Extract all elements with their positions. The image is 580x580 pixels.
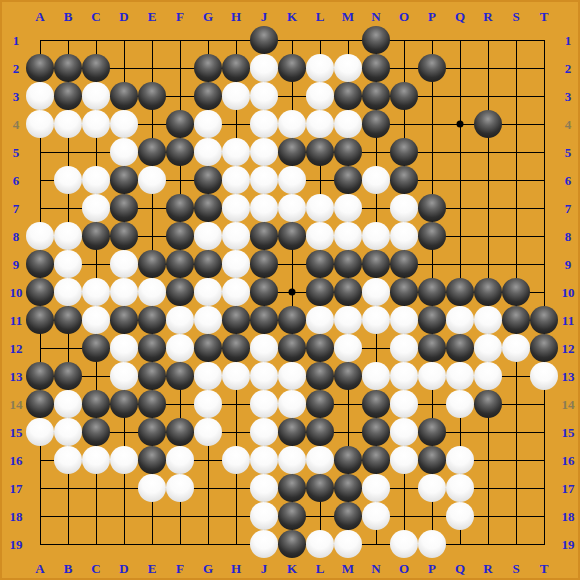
stone-black[interactable]	[138, 334, 166, 362]
stone-white[interactable]	[222, 166, 250, 194]
stone-black[interactable]	[194, 166, 222, 194]
stone-black[interactable]	[390, 166, 418, 194]
stone-black[interactable]	[166, 110, 194, 138]
stone-black[interactable]	[306, 390, 334, 418]
column-label-bottom: M	[342, 562, 354, 575]
stone-black[interactable]	[502, 278, 530, 306]
column-label-top: B	[64, 10, 73, 23]
stone-white[interactable]	[250, 446, 278, 474]
stone-white[interactable]	[54, 418, 82, 446]
stone-white[interactable]	[138, 474, 166, 502]
stone-white[interactable]	[278, 110, 306, 138]
stone-white[interactable]	[390, 222, 418, 250]
row-label-right: 11	[562, 314, 574, 327]
column-label-bottom: T	[540, 562, 549, 575]
stone-black[interactable]	[82, 390, 110, 418]
stone-white[interactable]	[446, 474, 474, 502]
column-label-bottom: Q	[455, 562, 465, 575]
row-label-left: 15	[10, 426, 23, 439]
stone-white[interactable]	[250, 474, 278, 502]
stone-black[interactable]	[26, 390, 54, 418]
stone-white[interactable]	[362, 222, 390, 250]
stone-white[interactable]	[446, 362, 474, 390]
stone-black[interactable]	[110, 222, 138, 250]
stone-white[interactable]	[334, 334, 362, 362]
stone-black[interactable]	[194, 82, 222, 110]
stone-white[interactable]	[390, 334, 418, 362]
stone-white[interactable]	[250, 166, 278, 194]
column-label-top: S	[512, 10, 519, 23]
stone-black[interactable]	[194, 334, 222, 362]
column-label-top: T	[540, 10, 549, 23]
stone-black[interactable]	[362, 110, 390, 138]
column-label-top: E	[148, 10, 157, 23]
stone-black[interactable]	[418, 54, 446, 82]
stone-white[interactable]	[110, 446, 138, 474]
stone-white[interactable]	[250, 390, 278, 418]
stone-black[interactable]	[82, 418, 110, 446]
column-label-top: L	[316, 10, 325, 23]
stone-white[interactable]	[26, 82, 54, 110]
stone-white[interactable]	[278, 362, 306, 390]
stone-black[interactable]	[362, 418, 390, 446]
stone-black[interactable]	[222, 54, 250, 82]
stone-black[interactable]	[278, 334, 306, 362]
stone-white[interactable]	[82, 110, 110, 138]
stone-black[interactable]	[306, 418, 334, 446]
stone-white[interactable]	[82, 306, 110, 334]
stone-black[interactable]	[26, 362, 54, 390]
row-label-right: 9	[565, 258, 572, 271]
stone-white[interactable]	[306, 82, 334, 110]
stone-white[interactable]	[222, 250, 250, 278]
row-label-left: 8	[13, 230, 20, 243]
row-label-right: 12	[562, 342, 575, 355]
stone-white[interactable]	[138, 166, 166, 194]
column-label-bottom: O	[399, 562, 409, 575]
stone-black[interactable]	[166, 222, 194, 250]
row-label-right: 6	[565, 174, 572, 187]
stone-white[interactable]	[110, 362, 138, 390]
stone-white[interactable]	[194, 222, 222, 250]
stone-white[interactable]	[166, 306, 194, 334]
stone-black[interactable]	[110, 166, 138, 194]
column-label-bottom: B	[64, 562, 73, 575]
stone-white[interactable]	[54, 166, 82, 194]
stone-black[interactable]	[334, 278, 362, 306]
stone-white[interactable]	[110, 278, 138, 306]
column-label-top: A	[35, 10, 44, 23]
stone-black[interactable]	[138, 362, 166, 390]
stone-white[interactable]	[446, 390, 474, 418]
stone-black[interactable]	[82, 334, 110, 362]
stone-black[interactable]	[82, 222, 110, 250]
row-label-left: 3	[13, 90, 20, 103]
stone-white[interactable]	[446, 306, 474, 334]
stone-white[interactable]	[390, 446, 418, 474]
stone-black[interactable]	[474, 110, 502, 138]
stone-black[interactable]	[278, 418, 306, 446]
stone-white[interactable]	[54, 110, 82, 138]
stone-black[interactable]	[278, 54, 306, 82]
stone-black[interactable]	[334, 362, 362, 390]
stone-white[interactable]	[306, 54, 334, 82]
stone-white[interactable]	[474, 306, 502, 334]
stone-white[interactable]	[306, 194, 334, 222]
stone-white[interactable]	[194, 306, 222, 334]
stone-black[interactable]	[166, 138, 194, 166]
stone-white[interactable]	[390, 362, 418, 390]
stone-white[interactable]	[250, 334, 278, 362]
column-label-top: O	[399, 10, 409, 23]
stone-black[interactable]	[138, 306, 166, 334]
column-label-top: R	[483, 10, 492, 23]
stone-white[interactable]	[110, 138, 138, 166]
stone-black[interactable]	[334, 502, 362, 530]
stone-white[interactable]	[446, 502, 474, 530]
stone-white[interactable]	[82, 194, 110, 222]
stone-black[interactable]	[418, 194, 446, 222]
stone-white[interactable]	[390, 306, 418, 334]
stone-white[interactable]	[250, 54, 278, 82]
row-label-left: 11	[10, 314, 22, 327]
stone-white[interactable]	[362, 166, 390, 194]
stone-black[interactable]	[362, 390, 390, 418]
stone-black[interactable]	[138, 82, 166, 110]
stone-white[interactable]	[474, 334, 502, 362]
column-label-top: N	[371, 10, 380, 23]
row-label-left: 12	[10, 342, 23, 355]
stone-black[interactable]	[418, 446, 446, 474]
stone-white[interactable]	[278, 446, 306, 474]
stone-black[interactable]	[334, 166, 362, 194]
stone-white[interactable]	[110, 110, 138, 138]
stone-black[interactable]	[362, 250, 390, 278]
row-label-left: 16	[10, 454, 23, 467]
stone-white[interactable]	[194, 390, 222, 418]
stone-white[interactable]	[306, 446, 334, 474]
stone-black[interactable]	[418, 278, 446, 306]
stone-black[interactable]	[194, 54, 222, 82]
row-label-right: 2	[565, 62, 572, 75]
row-label-right: 17	[562, 482, 575, 495]
stone-black[interactable]	[530, 334, 558, 362]
stone-black[interactable]	[250, 26, 278, 54]
stone-white[interactable]	[194, 418, 222, 446]
column-label-bottom: G	[203, 562, 213, 575]
stone-white[interactable]	[250, 138, 278, 166]
stone-white[interactable]	[110, 334, 138, 362]
stone-black[interactable]	[138, 138, 166, 166]
row-label-right: 4	[565, 118, 572, 131]
stone-white[interactable]	[222, 222, 250, 250]
stone-white[interactable]	[502, 334, 530, 362]
stone-white[interactable]	[222, 82, 250, 110]
stone-white[interactable]	[54, 278, 82, 306]
row-label-left: 10	[10, 286, 23, 299]
stone-white[interactable]	[166, 474, 194, 502]
stone-black[interactable]	[334, 474, 362, 502]
stone-black[interactable]	[446, 334, 474, 362]
stone-white[interactable]	[250, 530, 278, 558]
stone-black[interactable]	[418, 306, 446, 334]
stone-black[interactable]	[194, 194, 222, 222]
stone-white[interactable]	[474, 362, 502, 390]
stone-white[interactable]	[222, 194, 250, 222]
stone-black[interactable]	[250, 306, 278, 334]
stone-white[interactable]	[54, 250, 82, 278]
stone-black[interactable]	[418, 334, 446, 362]
stone-black[interactable]	[138, 390, 166, 418]
stone-white[interactable]	[250, 418, 278, 446]
stone-black[interactable]	[110, 82, 138, 110]
stone-white[interactable]	[54, 390, 82, 418]
row-label-right: 7	[565, 202, 572, 215]
stone-white[interactable]	[362, 362, 390, 390]
row-label-right: 18	[562, 510, 575, 523]
row-label-right: 10	[562, 286, 575, 299]
stone-white[interactable]	[194, 362, 222, 390]
star-point	[289, 289, 296, 296]
column-label-bottom: C	[91, 562, 100, 575]
row-label-right: 16	[562, 454, 575, 467]
stone-white[interactable]	[222, 446, 250, 474]
column-label-bottom: P	[428, 562, 436, 575]
stone-black[interactable]	[250, 250, 278, 278]
column-label-bottom: J	[261, 562, 268, 575]
column-label-top: H	[231, 10, 241, 23]
stone-white[interactable]	[54, 446, 82, 474]
column-label-bottom: K	[287, 562, 297, 575]
column-label-bottom: S	[512, 562, 519, 575]
row-label-right: 14	[562, 398, 575, 411]
stone-black[interactable]	[278, 530, 306, 558]
stone-black[interactable]	[390, 138, 418, 166]
stone-black[interactable]	[334, 82, 362, 110]
row-label-right: 5	[565, 146, 572, 159]
stone-white[interactable]	[138, 278, 166, 306]
column-label-top: F	[176, 10, 184, 23]
stone-black[interactable]	[166, 278, 194, 306]
stone-white[interactable]	[26, 222, 54, 250]
stone-white[interactable]	[530, 362, 558, 390]
stone-white[interactable]	[334, 306, 362, 334]
column-label-top: M	[342, 10, 354, 23]
stone-white[interactable]	[250, 82, 278, 110]
stone-white[interactable]	[390, 390, 418, 418]
stone-black[interactable]	[306, 138, 334, 166]
column-label-bottom: A	[35, 562, 44, 575]
stone-white[interactable]	[306, 222, 334, 250]
stone-black[interactable]	[474, 390, 502, 418]
row-label-left: 14	[10, 398, 23, 411]
stone-black[interactable]	[278, 474, 306, 502]
stone-black[interactable]	[362, 26, 390, 54]
column-label-bottom: F	[176, 562, 184, 575]
row-label-left: 2	[13, 62, 20, 75]
grid-line-vertical	[544, 40, 545, 545]
stone-black[interactable]	[166, 194, 194, 222]
row-label-right: 15	[562, 426, 575, 439]
stone-white[interactable]	[278, 194, 306, 222]
stone-white[interactable]	[166, 334, 194, 362]
stone-black[interactable]	[334, 138, 362, 166]
row-label-left: 19	[10, 538, 23, 551]
stone-white[interactable]	[362, 474, 390, 502]
stone-black[interactable]	[222, 306, 250, 334]
stone-white[interactable]	[306, 110, 334, 138]
stone-black[interactable]	[82, 54, 110, 82]
stone-white[interactable]	[334, 194, 362, 222]
stone-black[interactable]	[474, 278, 502, 306]
stone-black[interactable]	[138, 418, 166, 446]
stone-white[interactable]	[82, 278, 110, 306]
stone-black[interactable]	[362, 54, 390, 82]
stone-white[interactable]	[278, 390, 306, 418]
go-board[interactable]: AABBCCDDEEFFGGHHJJKKLLMMNNOOPPQQRRSSTT11…	[0, 0, 580, 580]
row-label-right: 1	[565, 34, 572, 47]
stone-white[interactable]	[334, 54, 362, 82]
stone-white[interactable]	[222, 138, 250, 166]
stone-black[interactable]	[334, 446, 362, 474]
stone-white[interactable]	[222, 278, 250, 306]
row-label-right: 13	[562, 370, 575, 383]
stone-black[interactable]	[390, 82, 418, 110]
stone-black[interactable]	[138, 250, 166, 278]
stone-black[interactable]	[26, 306, 54, 334]
column-label-bottom: E	[148, 562, 157, 575]
stone-white[interactable]	[362, 306, 390, 334]
stone-white[interactable]	[334, 222, 362, 250]
stone-black[interactable]	[418, 418, 446, 446]
stone-white[interactable]	[390, 530, 418, 558]
column-label-bottom: L	[316, 562, 325, 575]
column-label-top: G	[203, 10, 213, 23]
stone-black[interactable]	[166, 250, 194, 278]
stone-black[interactable]	[54, 362, 82, 390]
column-label-bottom: H	[231, 562, 241, 575]
stone-black[interactable]	[278, 502, 306, 530]
stone-white[interactable]	[306, 306, 334, 334]
stone-black[interactable]	[26, 250, 54, 278]
stone-white[interactable]	[306, 530, 334, 558]
stone-black[interactable]	[362, 446, 390, 474]
column-label-top: J	[261, 10, 268, 23]
column-label-top: K	[287, 10, 297, 23]
stone-white[interactable]	[250, 194, 278, 222]
stone-white[interactable]	[362, 278, 390, 306]
stone-white[interactable]	[82, 446, 110, 474]
stone-black[interactable]	[110, 390, 138, 418]
stone-black[interactable]	[194, 250, 222, 278]
stone-black[interactable]	[26, 278, 54, 306]
row-label-left: 7	[13, 202, 20, 215]
stone-white[interactable]	[110, 250, 138, 278]
row-label-left: 5	[13, 146, 20, 159]
stone-white[interactable]	[334, 110, 362, 138]
row-label-left: 6	[13, 174, 20, 187]
stone-black[interactable]	[26, 54, 54, 82]
stone-black[interactable]	[446, 278, 474, 306]
stone-white[interactable]	[446, 446, 474, 474]
row-label-right: 8	[565, 230, 572, 243]
stone-white[interactable]	[418, 474, 446, 502]
stone-white[interactable]	[166, 446, 194, 474]
column-label-top: P	[428, 10, 436, 23]
stone-black[interactable]	[306, 334, 334, 362]
stone-white[interactable]	[82, 166, 110, 194]
row-label-left: 18	[10, 510, 23, 523]
star-point	[457, 121, 464, 128]
stone-black[interactable]	[334, 250, 362, 278]
stone-white[interactable]	[418, 530, 446, 558]
stone-black[interactable]	[166, 418, 194, 446]
stone-black[interactable]	[530, 306, 558, 334]
stone-white[interactable]	[26, 418, 54, 446]
stone-white[interactable]	[194, 138, 222, 166]
stone-white[interactable]	[390, 418, 418, 446]
stone-white[interactable]	[222, 362, 250, 390]
stone-white[interactable]	[250, 110, 278, 138]
column-label-top: D	[119, 10, 128, 23]
stone-white[interactable]	[418, 362, 446, 390]
row-label-right: 19	[562, 538, 575, 551]
row-label-right: 3	[565, 90, 572, 103]
stone-white[interactable]	[250, 502, 278, 530]
column-label-bottom: R	[483, 562, 492, 575]
stone-black[interactable]	[306, 362, 334, 390]
stone-black[interactable]	[418, 222, 446, 250]
stone-black[interactable]	[278, 222, 306, 250]
stone-black[interactable]	[110, 194, 138, 222]
stone-white[interactable]	[334, 530, 362, 558]
row-label-left: 4	[13, 118, 20, 131]
stone-white[interactable]	[26, 110, 54, 138]
column-label-bottom: N	[371, 562, 380, 575]
stone-white[interactable]	[278, 166, 306, 194]
stone-black[interactable]	[138, 446, 166, 474]
stone-black[interactable]	[54, 54, 82, 82]
row-label-left: 9	[13, 258, 20, 271]
stone-black[interactable]	[502, 306, 530, 334]
stone-black[interactable]	[110, 306, 138, 334]
stone-black[interactable]	[222, 334, 250, 362]
stone-black[interactable]	[250, 278, 278, 306]
stone-white[interactable]	[194, 278, 222, 306]
stone-white[interactable]	[362, 502, 390, 530]
stone-black[interactable]	[390, 278, 418, 306]
stone-black[interactable]	[166, 362, 194, 390]
stone-black[interactable]	[278, 306, 306, 334]
stone-black[interactable]	[54, 306, 82, 334]
stone-black[interactable]	[306, 250, 334, 278]
stone-black[interactable]	[278, 138, 306, 166]
stone-white[interactable]	[54, 222, 82, 250]
row-label-left: 17	[10, 482, 23, 495]
stone-black[interactable]	[390, 250, 418, 278]
stone-white[interactable]	[390, 194, 418, 222]
stone-white[interactable]	[250, 362, 278, 390]
stone-black[interactable]	[54, 82, 82, 110]
stone-black[interactable]	[306, 278, 334, 306]
stone-black[interactable]	[362, 82, 390, 110]
column-label-top: C	[91, 10, 100, 23]
stone-black[interactable]	[306, 474, 334, 502]
column-label-top: Q	[455, 10, 465, 23]
stone-white[interactable]	[82, 82, 110, 110]
stone-white[interactable]	[194, 110, 222, 138]
stone-black[interactable]	[250, 222, 278, 250]
